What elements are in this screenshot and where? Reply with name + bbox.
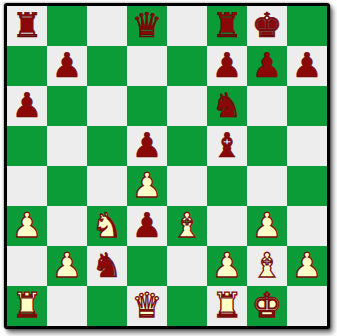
piece-white-knight-c3[interactable]: ♞ bbox=[92, 208, 122, 242]
square-e5[interactable] bbox=[167, 126, 207, 166]
square-e4[interactable] bbox=[167, 166, 207, 206]
piece-white-pawn-g3[interactable]: ♟ bbox=[252, 208, 282, 242]
square-b1[interactable] bbox=[47, 286, 87, 326]
square-a4[interactable] bbox=[7, 166, 47, 206]
square-b2[interactable]: ♟ bbox=[47, 246, 87, 286]
square-e3[interactable]: ♝ bbox=[167, 206, 207, 246]
piece-red-pawn-d3[interactable]: ♟ bbox=[132, 208, 162, 242]
piece-white-pawn-b2[interactable]: ♟ bbox=[52, 248, 82, 282]
square-a6[interactable]: ♟ bbox=[7, 86, 47, 126]
square-h2[interactable]: ♟ bbox=[287, 246, 327, 286]
square-a8[interactable]: ♜ bbox=[7, 6, 47, 46]
square-e2[interactable] bbox=[167, 246, 207, 286]
piece-red-knight-f6[interactable]: ♞ bbox=[212, 88, 242, 122]
square-g4[interactable] bbox=[247, 166, 287, 206]
square-h8[interactable] bbox=[287, 6, 327, 46]
square-d6[interactable] bbox=[127, 86, 167, 126]
square-e8[interactable] bbox=[167, 6, 207, 46]
piece-white-bishop-e3[interactable]: ♝ bbox=[172, 208, 202, 242]
square-c2[interactable]: ♞ bbox=[87, 246, 127, 286]
piece-red-rook-a8[interactable]: ♜ bbox=[12, 8, 42, 42]
piece-red-knight-c2[interactable]: ♞ bbox=[92, 248, 122, 282]
square-b7[interactable]: ♟ bbox=[47, 46, 87, 86]
chess-board: ♜♛♜♚♟♟♟♟♟♞♟♝♟♟♞♟♝♟♟♞♟♝♟♜♛♜♚ bbox=[4, 3, 330, 329]
piece-red-rook-f8[interactable]: ♜ bbox=[212, 8, 242, 42]
board-grid: ♜♛♜♚♟♟♟♟♟♞♟♝♟♟♞♟♝♟♟♞♟♝♟♜♛♜♚ bbox=[7, 6, 327, 326]
square-a3[interactable]: ♟ bbox=[7, 206, 47, 246]
square-a5[interactable] bbox=[7, 126, 47, 166]
square-b8[interactable] bbox=[47, 6, 87, 46]
square-b5[interactable] bbox=[47, 126, 87, 166]
square-g1[interactable]: ♚ bbox=[247, 286, 287, 326]
square-f6[interactable]: ♞ bbox=[207, 86, 247, 126]
piece-white-rook-a1[interactable]: ♜ bbox=[12, 288, 42, 322]
square-d8[interactable]: ♛ bbox=[127, 6, 167, 46]
square-g8[interactable]: ♚ bbox=[247, 6, 287, 46]
square-h7[interactable]: ♟ bbox=[287, 46, 327, 86]
square-c8[interactable] bbox=[87, 6, 127, 46]
square-h6[interactable] bbox=[287, 86, 327, 126]
square-d2[interactable] bbox=[127, 246, 167, 286]
piece-white-pawn-h2[interactable]: ♟ bbox=[292, 248, 322, 282]
piece-red-pawn-b7[interactable]: ♟ bbox=[52, 48, 82, 82]
piece-white-queen-d1[interactable]: ♛ bbox=[132, 288, 162, 322]
square-d7[interactable] bbox=[127, 46, 167, 86]
square-d4[interactable]: ♟ bbox=[127, 166, 167, 206]
square-h3[interactable] bbox=[287, 206, 327, 246]
square-b4[interactable] bbox=[47, 166, 87, 206]
square-g2[interactable]: ♝ bbox=[247, 246, 287, 286]
piece-red-pawn-g7[interactable]: ♟ bbox=[252, 48, 282, 82]
piece-red-king-g8[interactable]: ♚ bbox=[252, 8, 282, 42]
square-c5[interactable] bbox=[87, 126, 127, 166]
piece-white-pawn-a3[interactable]: ♟ bbox=[12, 208, 42, 242]
square-b3[interactable] bbox=[47, 206, 87, 246]
piece-red-pawn-f7[interactable]: ♟ bbox=[212, 48, 242, 82]
square-d5[interactable]: ♟ bbox=[127, 126, 167, 166]
square-a1[interactable]: ♜ bbox=[7, 286, 47, 326]
square-g5[interactable] bbox=[247, 126, 287, 166]
square-f2[interactable]: ♟ bbox=[207, 246, 247, 286]
square-f1[interactable]: ♜ bbox=[207, 286, 247, 326]
square-h4[interactable] bbox=[287, 166, 327, 206]
square-a2[interactable] bbox=[7, 246, 47, 286]
square-f8[interactable]: ♜ bbox=[207, 6, 247, 46]
piece-white-pawn-f2[interactable]: ♟ bbox=[212, 248, 242, 282]
square-f4[interactable] bbox=[207, 166, 247, 206]
square-a7[interactable] bbox=[7, 46, 47, 86]
piece-white-rook-f1[interactable]: ♜ bbox=[212, 288, 242, 322]
piece-red-pawn-d5[interactable]: ♟ bbox=[132, 128, 162, 162]
square-c6[interactable] bbox=[87, 86, 127, 126]
square-d3[interactable]: ♟ bbox=[127, 206, 167, 246]
square-g3[interactable]: ♟ bbox=[247, 206, 287, 246]
square-e7[interactable] bbox=[167, 46, 207, 86]
square-g7[interactable]: ♟ bbox=[247, 46, 287, 86]
square-f3[interactable] bbox=[207, 206, 247, 246]
piece-red-pawn-h7[interactable]: ♟ bbox=[292, 48, 322, 82]
piece-white-pawn-d4[interactable]: ♟ bbox=[132, 168, 162, 202]
piece-red-bishop-f5[interactable]: ♝ bbox=[212, 128, 242, 162]
piece-white-bishop-g2[interactable]: ♝ bbox=[252, 248, 282, 282]
square-c7[interactable] bbox=[87, 46, 127, 86]
square-b6[interactable] bbox=[47, 86, 87, 126]
square-h1[interactable] bbox=[287, 286, 327, 326]
piece-white-king-g1[interactable]: ♚ bbox=[252, 288, 282, 322]
square-c3[interactable]: ♞ bbox=[87, 206, 127, 246]
square-d1[interactable]: ♛ bbox=[127, 286, 167, 326]
piece-red-pawn-a6[interactable]: ♟ bbox=[12, 88, 42, 122]
square-f5[interactable]: ♝ bbox=[207, 126, 247, 166]
square-c1[interactable] bbox=[87, 286, 127, 326]
square-e6[interactable] bbox=[167, 86, 207, 126]
square-h5[interactable] bbox=[287, 126, 327, 166]
square-e1[interactable] bbox=[167, 286, 207, 326]
square-f7[interactable]: ♟ bbox=[207, 46, 247, 86]
chess-app-screen: ♜♛♜♚♟♟♟♟♟♞♟♝♟♟♞♟♝♟♟♞♟♝♟♜♛♜♚ bbox=[0, 0, 337, 336]
square-c4[interactable] bbox=[87, 166, 127, 206]
square-g6[interactable] bbox=[247, 86, 287, 126]
piece-red-queen-d8[interactable]: ♛ bbox=[132, 8, 162, 42]
